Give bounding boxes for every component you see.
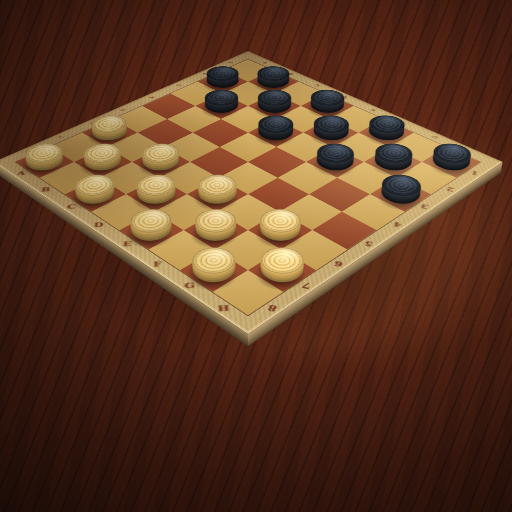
coord-letter-sw-D: D bbox=[93, 221, 103, 229]
coord-number-se-1: 1 bbox=[470, 169, 479, 176]
piece-light-C6[interactable] bbox=[136, 149, 187, 176]
coord-letter-ne-C: C bbox=[314, 83, 320, 87]
coord-letter-ne-D: D bbox=[341, 95, 348, 99]
piece-light-A8[interactable] bbox=[20, 149, 71, 176]
coord-number-nw-7: 7 bbox=[57, 136, 67, 139]
coord-letter-ne-E: E bbox=[370, 108, 376, 112]
coord-number-se-3: 3 bbox=[420, 203, 430, 211]
coord-letter-sw-B: B bbox=[40, 186, 50, 193]
coord-number-nw-2: 2 bbox=[202, 73, 210, 75]
coord-number-se-6: 6 bbox=[333, 259, 344, 268]
piece-dark-G2[interactable] bbox=[368, 149, 419, 176]
coord-letter-ne-F: F bbox=[400, 121, 406, 125]
coord-number-nw-1: 1 bbox=[227, 62, 235, 64]
coord-number-nw-5: 5 bbox=[119, 109, 128, 112]
coord-letter-ne-A: A bbox=[262, 61, 267, 65]
piece-light-H7[interactable] bbox=[252, 252, 312, 289]
coord-number-se-5: 5 bbox=[364, 239, 375, 248]
coord-number-nw-3: 3 bbox=[175, 84, 183, 86]
coord-number-se-2: 2 bbox=[446, 186, 455, 193]
coord-number-se-8: 8 bbox=[267, 303, 280, 313]
coord-letter-ne-B: B bbox=[287, 72, 293, 76]
coord-letter-sw-F: F bbox=[153, 260, 161, 268]
coord-letter-sw-H: H bbox=[217, 303, 230, 312]
piece-light-E6[interactable] bbox=[191, 180, 245, 210]
coord-letter-ne-G: G bbox=[430, 135, 438, 140]
piece-light-C8[interactable] bbox=[69, 180, 123, 210]
coord-number-se-4: 4 bbox=[393, 220, 403, 228]
table-surface: A1A1B2B2C3C3D4D4E5E5F6F6G7G7H8H8 bbox=[0, 0, 512, 512]
coord-number-nw-4: 4 bbox=[148, 96, 157, 98]
coord-number-nw-6: 6 bbox=[88, 122, 97, 125]
